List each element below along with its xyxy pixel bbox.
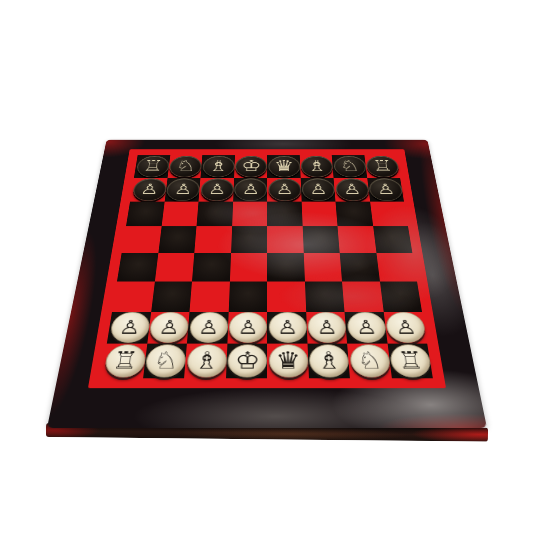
square-g2[interactable]: ♙: [344, 312, 387, 344]
square-c2[interactable]: ♙: [187, 312, 228, 344]
pawn-icon: ♙: [276, 182, 294, 197]
square-d7[interactable]: ♙: [233, 178, 267, 202]
square-c5[interactable]: [194, 226, 231, 253]
square-e1[interactable]: ♛: [267, 344, 308, 379]
square-b5[interactable]: [158, 226, 197, 253]
piece-black-knight[interactable]: ♘: [333, 156, 367, 177]
piece-white-rook[interactable]: ♖: [389, 344, 433, 377]
piece-white-pawn[interactable]: ♙: [385, 312, 427, 343]
bishop-icon: ♗: [306, 158, 327, 174]
square-f2[interactable]: ♙: [306, 312, 347, 344]
square-a3[interactable]: [112, 281, 154, 311]
square-a5[interactable]: [122, 226, 162, 253]
square-h4[interactable]: [376, 253, 417, 281]
square-f7[interactable]: ♙: [300, 178, 335, 202]
piece-black-bishop[interactable]: ♗: [202, 156, 235, 177]
square-g7[interactable]: ♙: [334, 178, 370, 202]
square-b4[interactable]: [154, 253, 194, 281]
knight-icon: ♘: [339, 158, 361, 174]
bishop-icon: ♗: [316, 349, 343, 373]
piece-white-queen[interactable]: ♛: [269, 344, 309, 377]
piece-black-pawn[interactable]: ♙: [368, 178, 404, 201]
square-e4[interactable]: [267, 253, 305, 281]
piece-black-pawn[interactable]: ♙: [302, 178, 336, 201]
bishop-icon: ♗: [208, 158, 229, 174]
square-f3[interactable]: [305, 281, 345, 311]
square-a2[interactable]: ♙: [107, 312, 151, 344]
square-h5[interactable]: [373, 226, 413, 253]
piece-black-pawn[interactable]: ♙: [234, 178, 267, 201]
square-a4[interactable]: [117, 253, 158, 281]
pawn-icon: ♙: [342, 182, 362, 197]
square-b7[interactable]: ♙: [164, 178, 200, 202]
queen-icon: ♛: [276, 349, 302, 373]
piece-black-bishop[interactable]: ♗: [301, 156, 334, 177]
square-b3[interactable]: [151, 281, 192, 311]
pawn-icon: ♙: [158, 318, 181, 338]
rook-icon: ♖: [371, 158, 394, 174]
square-e3[interactable]: [267, 281, 306, 311]
pawn-icon: ♙: [140, 182, 160, 197]
piece-black-rook[interactable]: ♖: [135, 156, 170, 177]
square-c3[interactable]: [190, 281, 230, 311]
king-icon: ♔: [235, 349, 261, 373]
pawn-icon: ♙: [118, 318, 142, 338]
square-d2[interactable]: ♙: [227, 312, 267, 344]
square-e8[interactable]: ♛: [267, 155, 300, 177]
square-a8[interactable]: ♖: [134, 155, 170, 177]
square-d6[interactable]: [232, 201, 267, 226]
square-f1[interactable]: ♗: [307, 344, 350, 379]
piece-white-knight[interactable]: ♘: [349, 344, 392, 377]
square-e5[interactable]: [267, 226, 303, 253]
pawn-icon: ♙: [242, 182, 260, 197]
piece-white-pawn[interactable]: ♙: [346, 312, 387, 343]
piece-white-rook[interactable]: ♖: [103, 344, 147, 377]
square-g1[interactable]: ♘: [347, 344, 391, 379]
piece-black-queen[interactable]: ♛: [268, 156, 300, 177]
square-c1[interactable]: ♗: [184, 344, 227, 379]
square-c4[interactable]: [192, 253, 231, 281]
square-d5[interactable]: [231, 226, 267, 253]
squares-grid: ♖♘♗♔♛♗♘♖♙♙♙♙♙♙♙♙♙♙♙♙♙♙♙♙♖♘♗♔♛♗♘♖: [101, 155, 433, 378]
piece-white-knight[interactable]: ♘: [144, 344, 187, 377]
piece-white-pawn[interactable]: ♙: [229, 312, 268, 343]
pawn-icon: ♙: [355, 318, 378, 338]
square-h1[interactable]: ♖: [387, 344, 433, 379]
square-h7[interactable]: ♙: [367, 178, 404, 202]
square-e7[interactable]: ♙: [267, 178, 301, 202]
square-h8[interactable]: ♖: [364, 155, 400, 177]
square-b6[interactable]: [161, 201, 198, 226]
king-icon: ♔: [241, 158, 262, 174]
piece-black-pawn[interactable]: ♙: [335, 178, 370, 201]
square-f5[interactable]: [302, 226, 339, 253]
square-b8[interactable]: ♘: [167, 155, 202, 177]
square-f8[interactable]: ♗: [299, 155, 333, 177]
square-e6[interactable]: [267, 201, 302, 226]
piece-black-rook[interactable]: ♖: [365, 156, 400, 177]
square-g4[interactable]: [340, 253, 380, 281]
piece-white-bishop[interactable]: ♗: [309, 344, 350, 377]
bishop-icon: ♗: [193, 349, 220, 373]
square-a1[interactable]: ♖: [101, 344, 147, 379]
rook-icon: ♖: [111, 349, 140, 373]
square-g5[interactable]: [338, 226, 377, 253]
piece-white-pawn[interactable]: ♙: [269, 312, 308, 343]
square-b1[interactable]: ♘: [143, 344, 187, 379]
photo-stage: ♖♘♗♔♛♗♘♖♙♙♙♙♙♙♙♙♙♙♙♙♙♙♙♙♖♘♗♔♛♗♘♖: [0, 0, 533, 533]
square-d1[interactable]: ♔: [226, 344, 267, 379]
pawn-icon: ♙: [277, 318, 299, 338]
square-h6[interactable]: [370, 201, 408, 226]
square-a7[interactable]: ♙: [130, 178, 167, 202]
square-g3[interactable]: [342, 281, 383, 311]
square-f4[interactable]: [303, 253, 342, 281]
pawn-icon: ♙: [316, 318, 338, 338]
knight-icon: ♘: [152, 349, 180, 373]
square-f6[interactable]: [301, 201, 337, 226]
queen-icon: ♛: [274, 158, 295, 174]
piece-black-pawn[interactable]: ♙: [200, 178, 234, 201]
knight-icon: ♘: [356, 349, 384, 373]
square-d3[interactable]: [228, 281, 267, 311]
pawn-icon: ♙: [376, 182, 396, 197]
square-g6[interactable]: [335, 201, 372, 226]
pawn-icon: ♙: [208, 182, 227, 197]
square-c6[interactable]: [196, 201, 232, 226]
piece-white-pawn[interactable]: ♙: [149, 312, 190, 343]
photo-background: { "game": "chess", "scene": "Hand-painte…: [0, 0, 533, 533]
square-h2[interactable]: ♙: [383, 312, 427, 344]
piece-white-bishop[interactable]: ♗: [186, 344, 227, 377]
square-e2[interactable]: ♙: [267, 312, 307, 344]
piece-black-pawn[interactable]: ♙: [132, 178, 168, 201]
piece-black-pawn[interactable]: ♙: [166, 178, 201, 201]
square-h3[interactable]: [380, 281, 422, 311]
piece-black-king[interactable]: ♔: [235, 156, 267, 177]
rook-icon: ♖: [396, 349, 425, 373]
piece-black-knight[interactable]: ♘: [169, 156, 203, 177]
piece-white-pawn[interactable]: ♙: [307, 312, 347, 343]
square-c8[interactable]: ♗: [200, 155, 234, 177]
pawn-icon: ♙: [394, 318, 418, 338]
piece-white-pawn[interactable]: ♙: [108, 312, 150, 343]
square-d4[interactable]: [229, 253, 267, 281]
square-g8[interactable]: ♘: [332, 155, 367, 177]
piece-white-pawn[interactable]: ♙: [189, 312, 229, 343]
knight-icon: ♘: [175, 158, 197, 174]
rook-icon: ♖: [142, 158, 165, 174]
pawn-icon: ♙: [174, 182, 194, 197]
square-b2[interactable]: ♙: [147, 312, 190, 344]
pawn-icon: ♙: [237, 318, 258, 338]
piece-black-pawn[interactable]: ♙: [268, 178, 301, 201]
pawn-icon: ♙: [198, 318, 220, 338]
chess-board: ♖♘♗♔♛♗♘♖♙♙♙♙♙♙♙♙♙♙♙♙♙♙♙♙♖♘♗♔♛♗♘♖: [47, 140, 487, 428]
square-c7[interactable]: ♙: [199, 178, 234, 202]
square-a6[interactable]: [126, 201, 164, 226]
piece-white-king[interactable]: ♔: [227, 344, 267, 377]
pawn-icon: ♙: [309, 182, 328, 197]
square-d8[interactable]: ♔: [234, 155, 267, 177]
